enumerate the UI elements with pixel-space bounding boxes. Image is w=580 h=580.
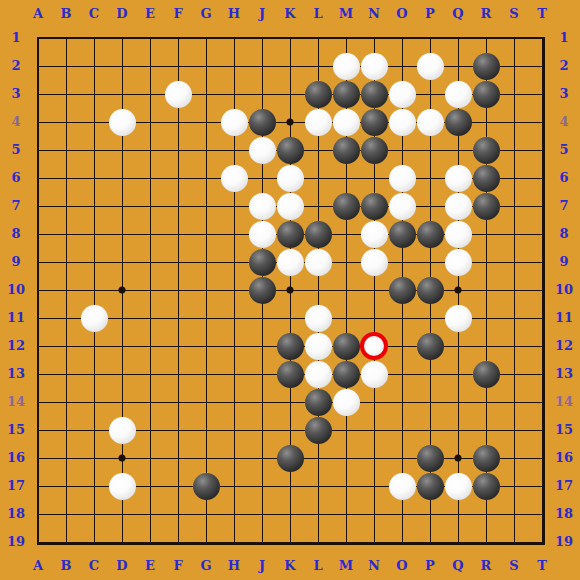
coord-label: D bbox=[108, 558, 136, 574]
white-stone bbox=[389, 473, 416, 500]
coord-label: G bbox=[192, 6, 220, 22]
white-stone bbox=[417, 53, 444, 80]
black-stone bbox=[417, 445, 444, 472]
black-stone bbox=[361, 137, 388, 164]
white-stone bbox=[249, 221, 276, 248]
black-stone bbox=[473, 193, 500, 220]
coord-label: N bbox=[360, 558, 388, 574]
coord-label: R bbox=[472, 6, 500, 22]
coord-label: B bbox=[52, 6, 80, 22]
black-stone bbox=[277, 361, 304, 388]
black-stone bbox=[249, 277, 276, 304]
coord-label: J bbox=[248, 558, 276, 574]
white-stone bbox=[277, 193, 304, 220]
white-stone bbox=[445, 221, 472, 248]
white-stone bbox=[277, 249, 304, 276]
coord-label: L bbox=[304, 6, 332, 22]
black-stone bbox=[333, 81, 360, 108]
black-stone bbox=[389, 221, 416, 248]
white-stone bbox=[305, 249, 332, 276]
black-stone bbox=[445, 109, 472, 136]
black-stone bbox=[305, 417, 332, 444]
white-stone bbox=[361, 249, 388, 276]
white-stone bbox=[221, 109, 248, 136]
white-stone bbox=[249, 193, 276, 220]
black-stone bbox=[417, 333, 444, 360]
black-stone bbox=[473, 137, 500, 164]
last-move-stone bbox=[360, 332, 388, 360]
white-stone bbox=[417, 109, 444, 136]
white-stone bbox=[305, 361, 332, 388]
black-stone bbox=[473, 53, 500, 80]
coord-label: H bbox=[220, 558, 248, 574]
black-stone bbox=[417, 277, 444, 304]
white-stone bbox=[445, 305, 472, 332]
black-stone bbox=[389, 277, 416, 304]
white-stone bbox=[305, 305, 332, 332]
coord-label: O bbox=[388, 558, 416, 574]
coord-label: R bbox=[472, 558, 500, 574]
white-stone bbox=[445, 81, 472, 108]
white-stone bbox=[445, 165, 472, 192]
black-stone bbox=[361, 109, 388, 136]
coord-label: B bbox=[52, 558, 80, 574]
coord-label: M bbox=[332, 6, 360, 22]
white-stone bbox=[445, 249, 472, 276]
white-stone bbox=[165, 81, 192, 108]
black-stone bbox=[333, 193, 360, 220]
white-stone bbox=[361, 53, 388, 80]
black-stone bbox=[333, 361, 360, 388]
white-stone bbox=[333, 53, 360, 80]
black-stone bbox=[333, 333, 360, 360]
black-stone bbox=[277, 137, 304, 164]
coord-label: S bbox=[500, 558, 528, 574]
coord-label: P bbox=[416, 6, 444, 22]
coord-label: J bbox=[248, 6, 276, 22]
white-stone bbox=[109, 109, 136, 136]
coord-label: P bbox=[416, 558, 444, 574]
white-stone bbox=[109, 417, 136, 444]
coord-label: N bbox=[360, 6, 388, 22]
coord-label: Q bbox=[444, 558, 472, 574]
white-stone bbox=[389, 109, 416, 136]
coord-label: A bbox=[24, 558, 52, 574]
stones-grid[interactable] bbox=[24, 24, 556, 556]
coord-label: S bbox=[500, 6, 528, 22]
white-stone bbox=[305, 333, 332, 360]
black-stone bbox=[473, 81, 500, 108]
black-stone bbox=[473, 473, 500, 500]
white-stone bbox=[445, 473, 472, 500]
white-stone bbox=[361, 221, 388, 248]
white-stone bbox=[249, 137, 276, 164]
black-stone bbox=[361, 81, 388, 108]
coord-label: C bbox=[80, 6, 108, 22]
coord-label: F bbox=[164, 6, 192, 22]
coord-label: O bbox=[388, 6, 416, 22]
white-stone bbox=[221, 165, 248, 192]
coord-label: K bbox=[276, 6, 304, 22]
black-stone bbox=[305, 81, 332, 108]
bottom-column-labels: ABCDEFGHJKLMNOPQRST bbox=[24, 558, 556, 574]
black-stone bbox=[417, 221, 444, 248]
black-stone bbox=[473, 361, 500, 388]
white-stone bbox=[361, 361, 388, 388]
coord-label: D bbox=[108, 6, 136, 22]
black-stone bbox=[473, 445, 500, 472]
black-stone bbox=[417, 473, 444, 500]
white-stone bbox=[333, 389, 360, 416]
coord-label: K bbox=[276, 558, 304, 574]
black-stone bbox=[305, 221, 332, 248]
coord-label: A bbox=[24, 6, 52, 22]
white-stone bbox=[389, 193, 416, 220]
black-stone bbox=[277, 333, 304, 360]
black-stone bbox=[361, 193, 388, 220]
white-stone bbox=[305, 109, 332, 136]
black-stone bbox=[305, 389, 332, 416]
white-stone bbox=[333, 109, 360, 136]
coord-label: M bbox=[332, 558, 360, 574]
black-stone bbox=[333, 137, 360, 164]
coord-label: E bbox=[136, 558, 164, 574]
white-stone bbox=[389, 165, 416, 192]
black-stone bbox=[473, 165, 500, 192]
black-stone bbox=[277, 221, 304, 248]
white-stone bbox=[389, 81, 416, 108]
coord-label: F bbox=[164, 558, 192, 574]
black-stone bbox=[277, 445, 304, 472]
coord-label: L bbox=[304, 558, 332, 574]
coord-label: T bbox=[528, 6, 556, 22]
white-stone bbox=[81, 305, 108, 332]
coord-label: G bbox=[192, 558, 220, 574]
coord-label: E bbox=[136, 6, 164, 22]
white-stone bbox=[445, 193, 472, 220]
coord-label: Q bbox=[444, 6, 472, 22]
black-stone bbox=[249, 109, 276, 136]
coord-label: H bbox=[220, 6, 248, 22]
white-stone bbox=[277, 165, 304, 192]
coord-label: T bbox=[528, 558, 556, 574]
coord-label: C bbox=[80, 558, 108, 574]
white-stone bbox=[109, 473, 136, 500]
black-stone bbox=[193, 473, 220, 500]
top-column-labels: ABCDEFGHJKLMNOPQRST bbox=[24, 6, 556, 22]
black-stone bbox=[249, 249, 276, 276]
go-board: ABCDEFGHJKLMNOPQRST ABCDEFGHJKLMNOPQRST … bbox=[0, 0, 580, 580]
